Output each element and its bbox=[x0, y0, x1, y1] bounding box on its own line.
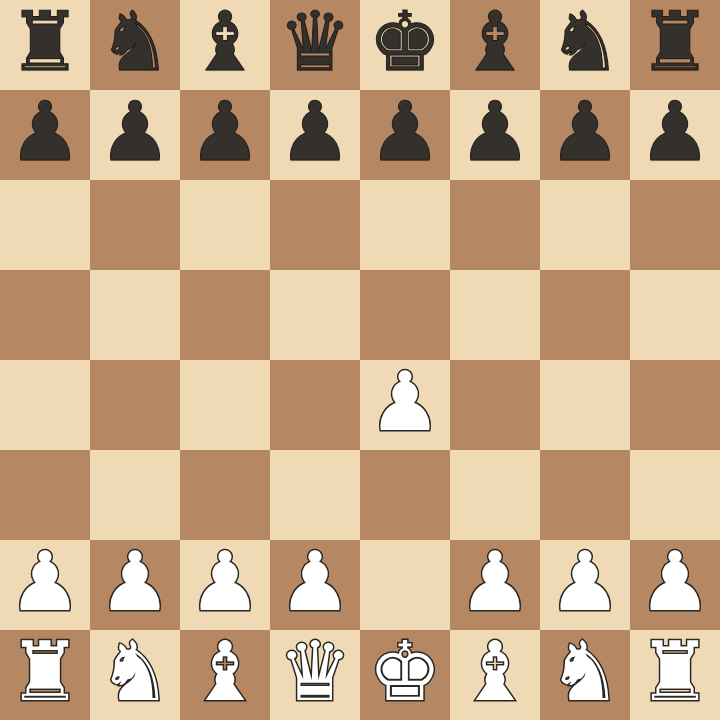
square-d1[interactable]: ♛ bbox=[270, 630, 360, 720]
black-pawn-piece[interactable]: ♟ bbox=[98, 87, 172, 177]
white-pawn-piece[interactable]: ♟ bbox=[278, 537, 352, 627]
square-e2[interactable] bbox=[360, 540, 450, 630]
square-h5[interactable] bbox=[630, 270, 720, 360]
square-a8[interactable]: ♜ bbox=[0, 0, 90, 90]
white-pawn-piece[interactable]: ♟ bbox=[98, 537, 172, 627]
black-knight-piece[interactable]: ♞ bbox=[548, 0, 622, 87]
white-bishop-piece[interactable]: ♝ bbox=[458, 627, 532, 717]
square-b8[interactable]: ♞ bbox=[90, 0, 180, 90]
square-d5[interactable] bbox=[270, 270, 360, 360]
square-c7[interactable]: ♟ bbox=[180, 90, 270, 180]
square-e4[interactable]: ♟ bbox=[360, 360, 450, 450]
black-queen-piece[interactable]: ♛ bbox=[278, 0, 352, 87]
square-c1[interactable]: ♝ bbox=[180, 630, 270, 720]
square-g7[interactable]: ♟ bbox=[540, 90, 630, 180]
square-d8[interactable]: ♛ bbox=[270, 0, 360, 90]
square-a4[interactable] bbox=[0, 360, 90, 450]
square-g1[interactable]: ♞ bbox=[540, 630, 630, 720]
square-a1[interactable]: ♜ bbox=[0, 630, 90, 720]
black-pawn-piece[interactable]: ♟ bbox=[278, 87, 352, 177]
square-g3[interactable] bbox=[540, 450, 630, 540]
square-d2[interactable]: ♟ bbox=[270, 540, 360, 630]
square-g6[interactable] bbox=[540, 180, 630, 270]
square-d3[interactable] bbox=[270, 450, 360, 540]
white-bishop-piece[interactable]: ♝ bbox=[188, 627, 262, 717]
square-f5[interactable] bbox=[450, 270, 540, 360]
white-pawn-piece[interactable]: ♟ bbox=[548, 537, 622, 627]
white-rook-piece[interactable]: ♜ bbox=[8, 627, 82, 717]
black-pawn-piece[interactable]: ♟ bbox=[638, 87, 712, 177]
square-b1[interactable]: ♞ bbox=[90, 630, 180, 720]
square-h8[interactable]: ♜ bbox=[630, 0, 720, 90]
chess-board: ♜♞♝♛♚♝♞♜♟♟♟♟♟♟♟♟♟♟♟♟♟♟♟♟♜♞♝♛♚♝♞♜ bbox=[0, 0, 720, 720]
square-d6[interactable] bbox=[270, 180, 360, 270]
square-a7[interactable]: ♟ bbox=[0, 90, 90, 180]
square-b2[interactable]: ♟ bbox=[90, 540, 180, 630]
square-b3[interactable] bbox=[90, 450, 180, 540]
square-b5[interactable] bbox=[90, 270, 180, 360]
black-pawn-piece[interactable]: ♟ bbox=[188, 87, 262, 177]
square-h2[interactable]: ♟ bbox=[630, 540, 720, 630]
square-e1[interactable]: ♚ bbox=[360, 630, 450, 720]
square-c2[interactable]: ♟ bbox=[180, 540, 270, 630]
square-h7[interactable]: ♟ bbox=[630, 90, 720, 180]
square-h1[interactable]: ♜ bbox=[630, 630, 720, 720]
square-d4[interactable] bbox=[270, 360, 360, 450]
square-c6[interactable] bbox=[180, 180, 270, 270]
square-e3[interactable] bbox=[360, 450, 450, 540]
white-pawn-piece[interactable]: ♟ bbox=[188, 537, 262, 627]
square-h4[interactable] bbox=[630, 360, 720, 450]
black-bishop-piece[interactable]: ♝ bbox=[458, 0, 532, 87]
square-a5[interactable] bbox=[0, 270, 90, 360]
square-b4[interactable] bbox=[90, 360, 180, 450]
black-pawn-piece[interactable]: ♟ bbox=[548, 87, 622, 177]
square-c5[interactable] bbox=[180, 270, 270, 360]
square-e8[interactable]: ♚ bbox=[360, 0, 450, 90]
white-king-piece[interactable]: ♚ bbox=[368, 627, 442, 717]
white-pawn-piece[interactable]: ♟ bbox=[368, 357, 442, 447]
white-pawn-piece[interactable]: ♟ bbox=[8, 537, 82, 627]
white-rook-piece[interactable]: ♜ bbox=[638, 627, 712, 717]
black-king-piece[interactable]: ♚ bbox=[368, 0, 442, 87]
square-f8[interactable]: ♝ bbox=[450, 0, 540, 90]
square-e7[interactable]: ♟ bbox=[360, 90, 450, 180]
white-pawn-piece[interactable]: ♟ bbox=[458, 537, 532, 627]
black-rook-piece[interactable]: ♜ bbox=[8, 0, 82, 87]
square-f1[interactable]: ♝ bbox=[450, 630, 540, 720]
square-b7[interactable]: ♟ bbox=[90, 90, 180, 180]
square-g5[interactable] bbox=[540, 270, 630, 360]
square-b6[interactable] bbox=[90, 180, 180, 270]
square-g2[interactable]: ♟ bbox=[540, 540, 630, 630]
square-a3[interactable] bbox=[0, 450, 90, 540]
white-knight-piece[interactable]: ♞ bbox=[548, 627, 622, 717]
square-c3[interactable] bbox=[180, 450, 270, 540]
black-pawn-piece[interactable]: ♟ bbox=[8, 87, 82, 177]
square-g4[interactable] bbox=[540, 360, 630, 450]
square-f7[interactable]: ♟ bbox=[450, 90, 540, 180]
square-c8[interactable]: ♝ bbox=[180, 0, 270, 90]
square-h6[interactable] bbox=[630, 180, 720, 270]
black-bishop-piece[interactable]: ♝ bbox=[188, 0, 262, 87]
square-e5[interactable] bbox=[360, 270, 450, 360]
black-pawn-piece[interactable]: ♟ bbox=[458, 87, 532, 177]
square-a2[interactable]: ♟ bbox=[0, 540, 90, 630]
square-f4[interactable] bbox=[450, 360, 540, 450]
white-knight-piece[interactable]: ♞ bbox=[98, 627, 172, 717]
square-f3[interactable] bbox=[450, 450, 540, 540]
square-f2[interactable]: ♟ bbox=[450, 540, 540, 630]
square-d7[interactable]: ♟ bbox=[270, 90, 360, 180]
black-pawn-piece[interactable]: ♟ bbox=[368, 87, 442, 177]
white-queen-piece[interactable]: ♛ bbox=[278, 627, 352, 717]
black-rook-piece[interactable]: ♜ bbox=[638, 0, 712, 87]
square-c4[interactable] bbox=[180, 360, 270, 450]
square-h3[interactable] bbox=[630, 450, 720, 540]
square-a6[interactable] bbox=[0, 180, 90, 270]
square-g8[interactable]: ♞ bbox=[540, 0, 630, 90]
black-knight-piece[interactable]: ♞ bbox=[98, 0, 172, 87]
square-e6[interactable] bbox=[360, 180, 450, 270]
white-pawn-piece[interactable]: ♟ bbox=[638, 537, 712, 627]
square-f6[interactable] bbox=[450, 180, 540, 270]
